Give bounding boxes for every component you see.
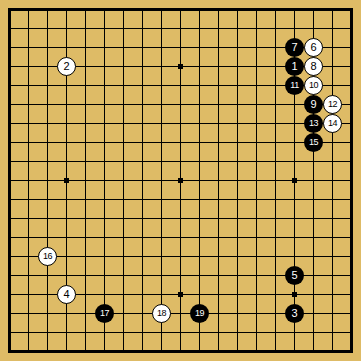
intersection[interactable]	[323, 285, 342, 304]
intersection[interactable]	[342, 0, 361, 19]
intersection[interactable]	[152, 323, 171, 342]
intersection[interactable]	[0, 0, 19, 19]
intersection[interactable]	[342, 19, 361, 38]
intersection[interactable]	[76, 342, 95, 361]
intersection[interactable]	[133, 76, 152, 95]
intersection[interactable]	[19, 342, 38, 361]
intersection[interactable]	[19, 228, 38, 247]
intersection[interactable]: 19	[190, 304, 209, 323]
intersection[interactable]	[209, 38, 228, 57]
intersection[interactable]	[57, 19, 76, 38]
intersection[interactable]	[95, 38, 114, 57]
intersection[interactable]	[95, 285, 114, 304]
intersection[interactable]	[0, 247, 19, 266]
intersection[interactable]	[114, 114, 133, 133]
intersection[interactable]	[76, 57, 95, 76]
intersection[interactable]	[323, 76, 342, 95]
intersection[interactable]	[266, 266, 285, 285]
intersection[interactable]	[76, 19, 95, 38]
intersection[interactable]	[76, 247, 95, 266]
intersection[interactable]	[209, 57, 228, 76]
intersection[interactable]	[95, 95, 114, 114]
intersection[interactable]: 10	[304, 76, 323, 95]
intersection[interactable]: 1	[285, 57, 304, 76]
intersection[interactable]: 7	[285, 38, 304, 57]
intersection[interactable]	[133, 0, 152, 19]
intersection[interactable]	[171, 133, 190, 152]
intersection[interactable]	[38, 266, 57, 285]
intersection[interactable]	[285, 19, 304, 38]
stone-black[interactable]: 7	[285, 38, 304, 57]
intersection[interactable]	[133, 323, 152, 342]
intersection[interactable]	[266, 171, 285, 190]
intersection[interactable]	[38, 342, 57, 361]
intersection[interactable]	[247, 342, 266, 361]
intersection[interactable]	[342, 285, 361, 304]
intersection[interactable]	[190, 171, 209, 190]
intersection[interactable]	[323, 342, 342, 361]
intersection[interactable]	[247, 190, 266, 209]
intersection[interactable]	[133, 304, 152, 323]
intersection[interactable]	[133, 342, 152, 361]
intersection[interactable]	[114, 190, 133, 209]
intersection[interactable]	[285, 190, 304, 209]
intersection[interactable]	[57, 76, 76, 95]
intersection[interactable]	[228, 228, 247, 247]
intersection[interactable]	[266, 190, 285, 209]
intersection[interactable]	[114, 19, 133, 38]
intersection[interactable]	[247, 247, 266, 266]
intersection[interactable]	[228, 247, 247, 266]
intersection[interactable]	[133, 57, 152, 76]
intersection[interactable]	[152, 57, 171, 76]
intersection[interactable]	[95, 171, 114, 190]
intersection[interactable]	[0, 133, 19, 152]
intersection[interactable]	[190, 323, 209, 342]
intersection[interactable]	[0, 76, 19, 95]
intersection[interactable]	[285, 247, 304, 266]
intersection[interactable]	[19, 247, 38, 266]
intersection[interactable]	[209, 0, 228, 19]
intersection[interactable]	[152, 266, 171, 285]
stone-black[interactable]: 13	[304, 114, 323, 133]
intersection[interactable]	[247, 152, 266, 171]
intersection[interactable]	[0, 342, 19, 361]
intersection[interactable]	[266, 19, 285, 38]
intersection[interactable]	[38, 0, 57, 19]
intersection[interactable]	[114, 209, 133, 228]
intersection[interactable]: 2	[57, 57, 76, 76]
intersection[interactable]	[171, 152, 190, 171]
intersection[interactable]	[228, 323, 247, 342]
intersection[interactable]	[247, 285, 266, 304]
intersection[interactable]	[304, 152, 323, 171]
intersection[interactable]	[190, 266, 209, 285]
intersection[interactable]	[76, 152, 95, 171]
intersection[interactable]	[114, 38, 133, 57]
intersection[interactable]	[57, 133, 76, 152]
intersection[interactable]	[133, 285, 152, 304]
intersection[interactable]	[57, 342, 76, 361]
intersection[interactable]	[76, 133, 95, 152]
intersection[interactable]	[304, 323, 323, 342]
stone-white[interactable]: 4	[57, 285, 76, 304]
intersection[interactable]	[323, 247, 342, 266]
intersection[interactable]	[209, 76, 228, 95]
intersection[interactable]	[285, 0, 304, 19]
intersection[interactable]	[133, 95, 152, 114]
intersection[interactable]	[190, 209, 209, 228]
intersection[interactable]	[19, 114, 38, 133]
intersection[interactable]	[228, 19, 247, 38]
intersection[interactable]	[95, 0, 114, 19]
intersection[interactable]	[133, 152, 152, 171]
intersection[interactable]	[114, 57, 133, 76]
intersection[interactable]	[38, 57, 57, 76]
intersection[interactable]	[19, 304, 38, 323]
intersection[interactable]	[171, 247, 190, 266]
intersection[interactable]	[114, 95, 133, 114]
intersection[interactable]	[190, 95, 209, 114]
intersection[interactable]	[342, 190, 361, 209]
intersection[interactable]	[323, 152, 342, 171]
intersection[interactable]	[19, 190, 38, 209]
intersection[interactable]	[323, 304, 342, 323]
intersection[interactable]	[342, 171, 361, 190]
intersection[interactable]	[0, 266, 19, 285]
intersection[interactable]	[228, 171, 247, 190]
intersection[interactable]	[95, 209, 114, 228]
intersection[interactable]	[247, 19, 266, 38]
intersection[interactable]	[152, 76, 171, 95]
intersection[interactable]	[190, 114, 209, 133]
intersection[interactable]	[114, 285, 133, 304]
intersection[interactable]	[247, 228, 266, 247]
intersection[interactable]	[152, 95, 171, 114]
intersection[interactable]	[57, 38, 76, 57]
intersection[interactable]	[209, 285, 228, 304]
intersection[interactable]	[0, 19, 19, 38]
intersection[interactable]	[133, 19, 152, 38]
intersection[interactable]	[152, 114, 171, 133]
intersection[interactable]	[133, 190, 152, 209]
intersection[interactable]	[57, 171, 76, 190]
intersection[interactable]	[57, 266, 76, 285]
intersection[interactable]	[247, 133, 266, 152]
intersection[interactable]	[95, 266, 114, 285]
intersection[interactable]	[19, 152, 38, 171]
intersection[interactable]	[247, 95, 266, 114]
intersection[interactable]	[19, 95, 38, 114]
intersection[interactable]	[266, 38, 285, 57]
intersection[interactable]	[247, 304, 266, 323]
intersection[interactable]	[190, 228, 209, 247]
intersection[interactable]	[228, 266, 247, 285]
intersection[interactable]	[171, 57, 190, 76]
intersection[interactable]	[57, 152, 76, 171]
intersection[interactable]	[342, 95, 361, 114]
intersection[interactable]	[0, 114, 19, 133]
intersection[interactable]	[285, 285, 304, 304]
intersection[interactable]	[247, 57, 266, 76]
intersection[interactable]	[114, 133, 133, 152]
intersection[interactable]	[171, 190, 190, 209]
intersection[interactable]	[114, 247, 133, 266]
intersection[interactable]	[19, 38, 38, 57]
intersection[interactable]	[247, 76, 266, 95]
intersection[interactable]	[19, 266, 38, 285]
intersection[interactable]	[38, 133, 57, 152]
intersection[interactable]	[76, 323, 95, 342]
intersection[interactable]	[190, 38, 209, 57]
intersection[interactable]	[152, 247, 171, 266]
stone-black[interactable]: 1	[285, 57, 304, 76]
intersection[interactable]	[285, 133, 304, 152]
intersection[interactable]	[57, 114, 76, 133]
intersection[interactable]	[209, 19, 228, 38]
intersection[interactable]	[323, 266, 342, 285]
intersection[interactable]	[323, 209, 342, 228]
intersection[interactable]	[190, 57, 209, 76]
intersection[interactable]	[76, 0, 95, 19]
intersection[interactable]	[152, 342, 171, 361]
intersection[interactable]	[19, 19, 38, 38]
intersection[interactable]	[247, 114, 266, 133]
intersection[interactable]	[228, 38, 247, 57]
intersection[interactable]	[133, 38, 152, 57]
intersection[interactable]	[171, 114, 190, 133]
intersection[interactable]	[342, 38, 361, 57]
intersection[interactable]	[228, 95, 247, 114]
intersection[interactable]	[209, 247, 228, 266]
intersection[interactable]	[95, 114, 114, 133]
intersection[interactable]	[76, 95, 95, 114]
intersection[interactable]	[57, 0, 76, 19]
intersection[interactable]	[114, 171, 133, 190]
intersection[interactable]: 14	[323, 114, 342, 133]
intersection[interactable]	[190, 76, 209, 95]
intersection[interactable]	[19, 133, 38, 152]
intersection[interactable]	[190, 247, 209, 266]
intersection[interactable]	[57, 247, 76, 266]
intersection[interactable]	[209, 266, 228, 285]
intersection[interactable]	[95, 152, 114, 171]
intersection[interactable]	[247, 171, 266, 190]
intersection[interactable]	[114, 76, 133, 95]
intersection[interactable]	[0, 95, 19, 114]
intersection[interactable]: 9	[304, 95, 323, 114]
intersection[interactable]	[266, 323, 285, 342]
intersection[interactable]	[342, 133, 361, 152]
intersection[interactable]	[171, 19, 190, 38]
intersection[interactable]	[152, 285, 171, 304]
intersection[interactable]	[95, 133, 114, 152]
stone-white[interactable]: 16	[38, 247, 57, 266]
intersection[interactable]	[304, 19, 323, 38]
intersection[interactable]	[190, 152, 209, 171]
intersection[interactable]	[0, 190, 19, 209]
intersection[interactable]	[190, 190, 209, 209]
intersection[interactable]	[266, 95, 285, 114]
intersection[interactable]	[266, 133, 285, 152]
intersection[interactable]	[304, 228, 323, 247]
intersection[interactable]	[114, 266, 133, 285]
intersection[interactable]	[57, 323, 76, 342]
intersection[interactable]	[95, 323, 114, 342]
intersection[interactable]	[228, 190, 247, 209]
intersection[interactable]	[304, 342, 323, 361]
intersection[interactable]	[190, 19, 209, 38]
intersection[interactable]	[38, 152, 57, 171]
intersection[interactable]: 6	[304, 38, 323, 57]
intersection[interactable]	[304, 190, 323, 209]
intersection[interactable]	[152, 190, 171, 209]
intersection[interactable]	[266, 57, 285, 76]
intersection[interactable]	[38, 190, 57, 209]
intersection[interactable]	[342, 152, 361, 171]
intersection[interactable]	[38, 171, 57, 190]
intersection[interactable]	[114, 304, 133, 323]
intersection[interactable]	[323, 228, 342, 247]
intersection[interactable]	[76, 304, 95, 323]
intersection[interactable]	[95, 19, 114, 38]
intersection[interactable]	[38, 38, 57, 57]
intersection[interactable]	[133, 171, 152, 190]
intersection[interactable]	[152, 228, 171, 247]
intersection[interactable]	[114, 228, 133, 247]
intersection[interactable]	[152, 209, 171, 228]
intersection[interactable]	[247, 323, 266, 342]
intersection[interactable]	[247, 38, 266, 57]
intersection[interactable]	[171, 171, 190, 190]
intersection[interactable]	[38, 228, 57, 247]
intersection[interactable]: 17	[95, 304, 114, 323]
intersection[interactable]	[76, 209, 95, 228]
intersection[interactable]	[266, 0, 285, 19]
intersection[interactable]	[38, 209, 57, 228]
intersection[interactable]	[209, 323, 228, 342]
intersection[interactable]	[228, 285, 247, 304]
intersection[interactable]	[152, 152, 171, 171]
intersection[interactable]	[209, 95, 228, 114]
intersection[interactable]	[133, 266, 152, 285]
intersection[interactable]: 15	[304, 133, 323, 152]
intersection[interactable]	[323, 171, 342, 190]
intersection[interactable]: 13	[304, 114, 323, 133]
intersection[interactable]	[171, 304, 190, 323]
intersection[interactable]	[0, 171, 19, 190]
intersection[interactable]	[228, 76, 247, 95]
intersection[interactable]	[19, 0, 38, 19]
intersection[interactable]	[304, 0, 323, 19]
intersection[interactable]	[228, 57, 247, 76]
intersection[interactable]	[38, 76, 57, 95]
intersection[interactable]	[209, 342, 228, 361]
intersection[interactable]	[209, 190, 228, 209]
intersection[interactable]	[171, 209, 190, 228]
stone-white[interactable]: 6	[304, 38, 323, 57]
intersection[interactable]	[171, 76, 190, 95]
intersection[interactable]	[152, 38, 171, 57]
intersection[interactable]	[38, 19, 57, 38]
intersection[interactable]	[76, 114, 95, 133]
intersection[interactable]	[304, 285, 323, 304]
intersection[interactable]	[133, 114, 152, 133]
intersection[interactable]	[95, 57, 114, 76]
intersection[interactable]: 18	[152, 304, 171, 323]
stone-black[interactable]: 17	[95, 304, 114, 323]
intersection[interactable]: 3	[285, 304, 304, 323]
intersection[interactable]	[342, 247, 361, 266]
intersection[interactable]	[0, 152, 19, 171]
intersection[interactable]	[0, 323, 19, 342]
intersection[interactable]	[342, 114, 361, 133]
intersection[interactable]	[342, 209, 361, 228]
stone-black[interactable]: 19	[190, 304, 209, 323]
intersection[interactable]	[266, 304, 285, 323]
intersection[interactable]	[38, 304, 57, 323]
intersection[interactable]	[228, 342, 247, 361]
intersection[interactable]	[38, 114, 57, 133]
intersection[interactable]	[19, 57, 38, 76]
intersection[interactable]	[114, 323, 133, 342]
intersection[interactable]	[285, 114, 304, 133]
stone-black[interactable]: 3	[285, 304, 304, 323]
intersection[interactable]	[38, 285, 57, 304]
stone-black[interactable]: 15	[304, 133, 323, 152]
intersection[interactable]	[95, 247, 114, 266]
intersection[interactable]: 8	[304, 57, 323, 76]
stone-white[interactable]: 10	[304, 76, 323, 95]
intersection[interactable]	[190, 0, 209, 19]
intersection[interactable]: 11	[285, 76, 304, 95]
intersection[interactable]	[171, 38, 190, 57]
intersection[interactable]	[171, 95, 190, 114]
intersection[interactable]: 4	[57, 285, 76, 304]
stone-black[interactable]: 5	[285, 266, 304, 285]
intersection[interactable]	[304, 171, 323, 190]
intersection[interactable]	[0, 209, 19, 228]
intersection[interactable]	[190, 133, 209, 152]
intersection[interactable]	[247, 0, 266, 19]
intersection[interactable]	[323, 0, 342, 19]
stone-black[interactable]: 9	[304, 95, 323, 114]
intersection[interactable]	[171, 323, 190, 342]
intersection[interactable]	[133, 209, 152, 228]
intersection[interactable]	[266, 76, 285, 95]
intersection[interactable]	[76, 171, 95, 190]
intersection[interactable]	[114, 152, 133, 171]
intersection[interactable]	[285, 152, 304, 171]
intersection[interactable]	[19, 76, 38, 95]
intersection[interactable]	[342, 266, 361, 285]
intersection[interactable]	[285, 95, 304, 114]
intersection[interactable]	[152, 19, 171, 38]
intersection[interactable]	[285, 342, 304, 361]
intersection[interactable]	[228, 304, 247, 323]
intersection[interactable]	[171, 228, 190, 247]
intersection[interactable]	[209, 171, 228, 190]
intersection[interactable]	[190, 285, 209, 304]
intersection[interactable]	[57, 95, 76, 114]
intersection[interactable]	[285, 209, 304, 228]
intersection[interactable]	[171, 285, 190, 304]
stone-white[interactable]: 12	[323, 95, 342, 114]
intersection[interactable]	[228, 0, 247, 19]
intersection[interactable]	[57, 190, 76, 209]
intersection[interactable]	[228, 133, 247, 152]
intersection[interactable]	[190, 342, 209, 361]
